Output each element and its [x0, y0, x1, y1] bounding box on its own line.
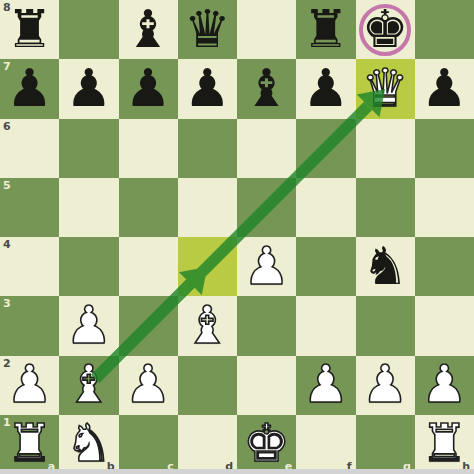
piece-white-bishop-b2[interactable]: ♝ [66, 358, 113, 410]
square-h6[interactable] [415, 119, 474, 178]
square-c2[interactable]: ♟ [119, 356, 178, 415]
square-a2[interactable]: 2♟ [0, 356, 59, 415]
square-f6[interactable] [296, 119, 355, 178]
piece-black-pawn-b7[interactable]: ♟ [66, 62, 113, 114]
square-d7[interactable]: ♟ [178, 59, 237, 118]
piece-black-bishop-c8[interactable]: ♝ [125, 3, 172, 55]
square-g8[interactable]: ♚ [356, 0, 415, 59]
square-d4[interactable] [178, 237, 237, 296]
piece-black-pawn-h7[interactable]: ♟ [421, 62, 468, 114]
piece-black-rook-f8[interactable]: ♜ [303, 3, 350, 55]
square-b3[interactable]: ♟ [59, 296, 118, 355]
piece-white-bishop-d3[interactable]: ♝ [184, 299, 231, 351]
piece-white-knight-b1[interactable]: ♞ [66, 417, 113, 469]
piece-white-pawn-e4[interactable]: ♟ [243, 240, 290, 292]
piece-black-pawn-f7[interactable]: ♟ [303, 62, 350, 114]
square-f1[interactable]: f [296, 415, 355, 474]
square-h7[interactable]: ♟ [415, 59, 474, 118]
piece-black-knight-g4[interactable]: ♞ [362, 240, 409, 292]
square-d8[interactable]: ♛ [178, 0, 237, 59]
rank-label-6: 6 [3, 121, 11, 132]
piece-white-king-e1[interactable]: ♚ [243, 417, 290, 469]
square-f4[interactable] [296, 237, 355, 296]
square-g4[interactable]: ♞ [356, 237, 415, 296]
square-e8[interactable] [237, 0, 296, 59]
square-b7[interactable]: ♟ [59, 59, 118, 118]
square-g7[interactable]: ♛ [356, 59, 415, 118]
square-c3[interactable] [119, 296, 178, 355]
square-b1[interactable]: b♞ [59, 415, 118, 474]
square-a4[interactable]: 4 [0, 237, 59, 296]
piece-black-bishop-e7[interactable]: ♝ [243, 62, 290, 114]
square-h8[interactable] [415, 0, 474, 59]
rank-label-3: 3 [3, 298, 11, 309]
square-a8[interactable]: 8♜ [0, 0, 59, 59]
square-e7[interactable]: ♝ [237, 59, 296, 118]
piece-white-rook-a1[interactable]: ♜ [6, 417, 53, 469]
square-h1[interactable]: h♜ [415, 415, 474, 474]
square-d3[interactable]: ♝ [178, 296, 237, 355]
square-e6[interactable] [237, 119, 296, 178]
square-a1[interactable]: 1a♜ [0, 415, 59, 474]
square-f7[interactable]: ♟ [296, 59, 355, 118]
square-c7[interactable]: ♟ [119, 59, 178, 118]
square-c1[interactable]: c [119, 415, 178, 474]
square-b4[interactable] [59, 237, 118, 296]
square-g5[interactable] [356, 178, 415, 237]
board-squares: 8♜♝♛♜♚7♟♟♟♟♝♟♛♟654♟♞3♟♝2♟♝♟♟♟♟1a♜b♞cde♚f… [0, 0, 474, 474]
piece-black-pawn-d7[interactable]: ♟ [184, 62, 231, 114]
square-d6[interactable] [178, 119, 237, 178]
square-c5[interactable] [119, 178, 178, 237]
square-c4[interactable] [119, 237, 178, 296]
square-h2[interactable]: ♟ [415, 356, 474, 415]
square-f2[interactable]: ♟ [296, 356, 355, 415]
chess-board: 8♜♝♛♜♚7♟♟♟♟♝♟♛♟654♟♞3♟♝2♟♝♟♟♟♟1a♜b♞cde♚f… [0, 0, 474, 474]
rank-label-5: 5 [3, 180, 11, 191]
square-b6[interactable] [59, 119, 118, 178]
square-f3[interactable] [296, 296, 355, 355]
piece-white-rook-h1[interactable]: ♜ [421, 417, 468, 469]
square-b5[interactable] [59, 178, 118, 237]
square-a7[interactable]: 7♟ [0, 59, 59, 118]
square-a5[interactable]: 5 [0, 178, 59, 237]
rank-label-4: 4 [3, 239, 11, 250]
square-e4[interactable]: ♟ [237, 237, 296, 296]
square-c6[interactable] [119, 119, 178, 178]
square-e3[interactable] [237, 296, 296, 355]
piece-black-pawn-a7[interactable]: ♟ [6, 62, 53, 114]
piece-black-queen-d8[interactable]: ♛ [184, 3, 231, 55]
square-a6[interactable]: 6 [0, 119, 59, 178]
square-g1[interactable]: g [356, 415, 415, 474]
square-e1[interactable]: e♚ [237, 415, 296, 474]
square-g3[interactable] [356, 296, 415, 355]
square-h3[interactable] [415, 296, 474, 355]
piece-black-king-g8[interactable]: ♚ [362, 3, 409, 55]
square-e2[interactable] [237, 356, 296, 415]
square-h5[interactable] [415, 178, 474, 237]
piece-white-pawn-a2[interactable]: ♟ [6, 358, 53, 410]
square-h4[interactable] [415, 237, 474, 296]
square-g2[interactable]: ♟ [356, 356, 415, 415]
piece-white-pawn-g2[interactable]: ♟ [362, 358, 409, 410]
square-f8[interactable]: ♜ [296, 0, 355, 59]
piece-white-pawn-b3[interactable]: ♟ [66, 299, 113, 351]
square-b8[interactable] [59, 0, 118, 59]
square-f5[interactable] [296, 178, 355, 237]
square-e5[interactable] [237, 178, 296, 237]
piece-black-pawn-c7[interactable]: ♟ [125, 62, 172, 114]
piece-white-pawn-f2[interactable]: ♟ [303, 358, 350, 410]
piece-white-pawn-c2[interactable]: ♟ [125, 358, 172, 410]
square-a3[interactable]: 3 [0, 296, 59, 355]
square-b2[interactable]: ♝ [59, 356, 118, 415]
square-d1[interactable]: d [178, 415, 237, 474]
square-g6[interactable] [356, 119, 415, 178]
square-c8[interactable]: ♝ [119, 0, 178, 59]
square-d5[interactable] [178, 178, 237, 237]
piece-white-pawn-h2[interactable]: ♟ [421, 358, 468, 410]
square-d2[interactable] [178, 356, 237, 415]
piece-white-queen-g7[interactable]: ♛ [362, 62, 409, 114]
bottom-margin [0, 469, 474, 474]
piece-black-rook-a8[interactable]: ♜ [6, 3, 53, 55]
